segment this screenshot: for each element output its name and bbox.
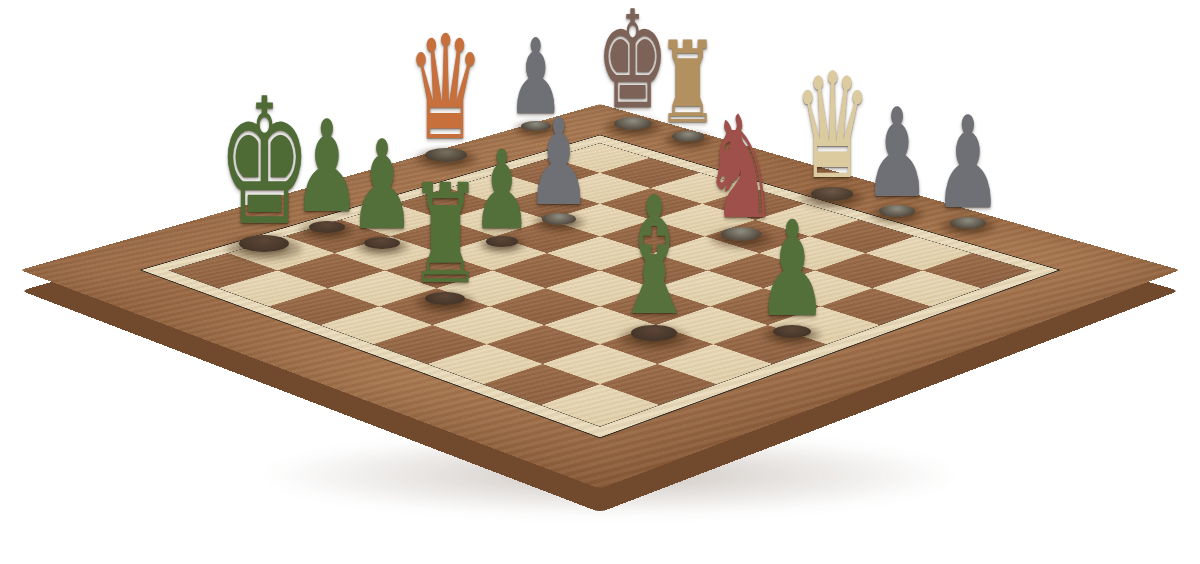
rook-glyph: ♜	[408, 172, 482, 298]
piece-white-pawn-4[interactable]: ♟	[722, 219, 862, 331]
scene: ♚♟♜♛♛♟♟♟♟♞♟♟♚♜♟♝	[0, 0, 1200, 564]
bishop-glyph: ♝	[610, 182, 698, 332]
piece-white-bishop[interactable]: ♝	[584, 194, 724, 332]
piece-black-pawn-4[interactable]: ♟	[898, 114, 1038, 222]
piece-white-king[interactable]: ♚	[194, 95, 334, 243]
piece-white-rook[interactable]: ♜	[375, 182, 515, 298]
pieces-layer: ♚♟♜♛♛♟♟♟♟♞♟♟♚♜♟♝	[0, 0, 1200, 564]
pawn-glyph: ♟	[934, 105, 1002, 222]
pawn-glyph: ♟	[756, 209, 827, 330]
king-glyph: ♚	[217, 82, 311, 243]
